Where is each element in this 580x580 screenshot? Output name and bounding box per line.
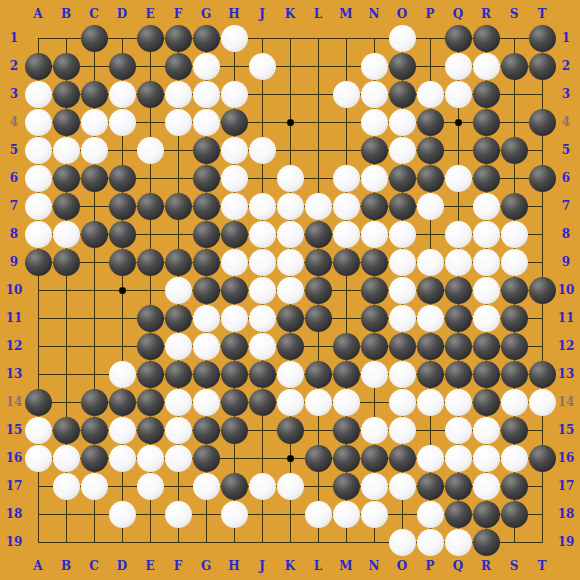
intersection-T16[interactable] xyxy=(528,444,556,472)
intersection-C16[interactable] xyxy=(80,444,108,472)
intersection-E12[interactable] xyxy=(136,332,164,360)
intersection-T1[interactable] xyxy=(528,24,556,52)
intersection-T14[interactable] xyxy=(528,388,556,416)
intersection-E6[interactable] xyxy=(136,164,164,192)
intersection-H6[interactable] xyxy=(220,164,248,192)
intersection-D12[interactable] xyxy=(108,332,136,360)
intersection-C2[interactable] xyxy=(80,52,108,80)
intersection-O10[interactable] xyxy=(388,276,416,304)
intersection-A8[interactable] xyxy=(24,220,52,248)
intersection-G4[interactable] xyxy=(192,108,220,136)
intersection-E13[interactable] xyxy=(136,360,164,388)
intersection-A11[interactable] xyxy=(24,304,52,332)
intersection-F3[interactable] xyxy=(164,80,192,108)
intersection-C19[interactable] xyxy=(80,528,108,556)
intersection-R7[interactable] xyxy=(472,192,500,220)
intersection-E3[interactable] xyxy=(136,80,164,108)
intersection-R12[interactable] xyxy=(472,332,500,360)
intersection-M11[interactable] xyxy=(332,304,360,332)
intersection-L13[interactable] xyxy=(304,360,332,388)
intersection-Q9[interactable] xyxy=(444,248,472,276)
intersection-L19[interactable] xyxy=(304,528,332,556)
intersection-P7[interactable] xyxy=(416,192,444,220)
intersection-H10[interactable] xyxy=(220,276,248,304)
intersection-J2[interactable] xyxy=(248,52,276,80)
intersection-K17[interactable] xyxy=(276,472,304,500)
intersection-H5[interactable] xyxy=(220,136,248,164)
intersection-H19[interactable] xyxy=(220,528,248,556)
intersection-Q17[interactable] xyxy=(444,472,472,500)
intersection-J3[interactable] xyxy=(248,80,276,108)
intersection-J8[interactable] xyxy=(248,220,276,248)
intersection-M19[interactable] xyxy=(332,528,360,556)
intersection-P10[interactable] xyxy=(416,276,444,304)
intersection-C1[interactable] xyxy=(80,24,108,52)
intersection-R19[interactable] xyxy=(472,528,500,556)
intersection-B13[interactable] xyxy=(52,360,80,388)
intersection-L1[interactable] xyxy=(304,24,332,52)
intersection-N7[interactable] xyxy=(360,192,388,220)
intersection-O9[interactable] xyxy=(388,248,416,276)
intersection-K18[interactable] xyxy=(276,500,304,528)
intersection-H14[interactable] xyxy=(220,388,248,416)
intersection-S4[interactable] xyxy=(500,108,528,136)
intersection-Q18[interactable] xyxy=(444,500,472,528)
intersection-O14[interactable] xyxy=(388,388,416,416)
intersection-M5[interactable] xyxy=(332,136,360,164)
intersection-G2[interactable] xyxy=(192,52,220,80)
intersection-P17[interactable] xyxy=(416,472,444,500)
intersection-S12[interactable] xyxy=(500,332,528,360)
intersection-D8[interactable] xyxy=(108,220,136,248)
intersection-J5[interactable] xyxy=(248,136,276,164)
intersection-R2[interactable] xyxy=(472,52,500,80)
intersection-P15[interactable] xyxy=(416,416,444,444)
intersection-B6[interactable] xyxy=(52,164,80,192)
intersection-L18[interactable] xyxy=(304,500,332,528)
intersection-T3[interactable] xyxy=(528,80,556,108)
intersection-Q14[interactable] xyxy=(444,388,472,416)
intersection-B10[interactable] xyxy=(52,276,80,304)
intersection-O18[interactable] xyxy=(388,500,416,528)
intersection-B16[interactable] xyxy=(52,444,80,472)
intersection-O16[interactable] xyxy=(388,444,416,472)
intersection-L2[interactable] xyxy=(304,52,332,80)
intersection-Q12[interactable] xyxy=(444,332,472,360)
intersection-O17[interactable] xyxy=(388,472,416,500)
intersection-S18[interactable] xyxy=(500,500,528,528)
intersection-F17[interactable] xyxy=(164,472,192,500)
intersection-N18[interactable] xyxy=(360,500,388,528)
intersection-M14[interactable] xyxy=(332,388,360,416)
intersection-O11[interactable] xyxy=(388,304,416,332)
intersection-H2[interactable] xyxy=(220,52,248,80)
intersection-A13[interactable] xyxy=(24,360,52,388)
intersection-E17[interactable] xyxy=(136,472,164,500)
intersection-A6[interactable] xyxy=(24,164,52,192)
intersection-F18[interactable] xyxy=(164,500,192,528)
intersection-L16[interactable] xyxy=(304,444,332,472)
intersection-C11[interactable] xyxy=(80,304,108,332)
intersection-F13[interactable] xyxy=(164,360,192,388)
intersection-E7[interactable] xyxy=(136,192,164,220)
intersection-A7[interactable] xyxy=(24,192,52,220)
intersection-J16[interactable] xyxy=(248,444,276,472)
intersection-R6[interactable] xyxy=(472,164,500,192)
intersection-D13[interactable] xyxy=(108,360,136,388)
intersection-H9[interactable] xyxy=(220,248,248,276)
intersection-A9[interactable] xyxy=(24,248,52,276)
intersection-S10[interactable] xyxy=(500,276,528,304)
intersection-R13[interactable] xyxy=(472,360,500,388)
intersection-S11[interactable] xyxy=(500,304,528,332)
intersection-N3[interactable] xyxy=(360,80,388,108)
intersection-S6[interactable] xyxy=(500,164,528,192)
intersection-C3[interactable] xyxy=(80,80,108,108)
intersection-K19[interactable] xyxy=(276,528,304,556)
intersection-H1[interactable] xyxy=(220,24,248,52)
intersection-A16[interactable] xyxy=(24,444,52,472)
intersection-M7[interactable] xyxy=(332,192,360,220)
intersection-B11[interactable] xyxy=(52,304,80,332)
intersection-C17[interactable] xyxy=(80,472,108,500)
intersection-O5[interactable] xyxy=(388,136,416,164)
intersection-D7[interactable] xyxy=(108,192,136,220)
intersection-J14[interactable] xyxy=(248,388,276,416)
intersection-D10[interactable] xyxy=(108,276,136,304)
intersection-D19[interactable] xyxy=(108,528,136,556)
intersection-N4[interactable] xyxy=(360,108,388,136)
intersection-L10[interactable] xyxy=(304,276,332,304)
intersection-R18[interactable] xyxy=(472,500,500,528)
intersection-S16[interactable] xyxy=(500,444,528,472)
intersection-E15[interactable] xyxy=(136,416,164,444)
intersection-Q1[interactable] xyxy=(444,24,472,52)
intersection-K9[interactable] xyxy=(276,248,304,276)
intersection-O19[interactable] xyxy=(388,528,416,556)
intersection-M15[interactable] xyxy=(332,416,360,444)
intersection-Q11[interactable] xyxy=(444,304,472,332)
intersection-D15[interactable] xyxy=(108,416,136,444)
intersection-N9[interactable] xyxy=(360,248,388,276)
intersection-L8[interactable] xyxy=(304,220,332,248)
intersection-P14[interactable] xyxy=(416,388,444,416)
intersection-Q8[interactable] xyxy=(444,220,472,248)
intersection-T11[interactable] xyxy=(528,304,556,332)
intersection-T13[interactable] xyxy=(528,360,556,388)
intersection-H7[interactable] xyxy=(220,192,248,220)
intersection-F12[interactable] xyxy=(164,332,192,360)
intersection-D14[interactable] xyxy=(108,388,136,416)
intersection-T19[interactable] xyxy=(528,528,556,556)
intersection-L14[interactable] xyxy=(304,388,332,416)
intersection-K2[interactable] xyxy=(276,52,304,80)
intersection-S7[interactable] xyxy=(500,192,528,220)
intersection-J4[interactable] xyxy=(248,108,276,136)
intersection-B2[interactable] xyxy=(52,52,80,80)
intersection-T2[interactable] xyxy=(528,52,556,80)
intersection-D6[interactable] xyxy=(108,164,136,192)
intersection-B15[interactable] xyxy=(52,416,80,444)
intersection-C9[interactable] xyxy=(80,248,108,276)
intersection-L6[interactable] xyxy=(304,164,332,192)
intersection-T10[interactable] xyxy=(528,276,556,304)
intersection-O4[interactable] xyxy=(388,108,416,136)
intersection-B3[interactable] xyxy=(52,80,80,108)
intersection-C10[interactable] xyxy=(80,276,108,304)
intersection-N2[interactable] xyxy=(360,52,388,80)
intersection-P16[interactable] xyxy=(416,444,444,472)
intersection-P18[interactable] xyxy=(416,500,444,528)
intersection-D17[interactable] xyxy=(108,472,136,500)
intersection-M18[interactable] xyxy=(332,500,360,528)
intersection-A1[interactable] xyxy=(24,24,52,52)
intersection-F9[interactable] xyxy=(164,248,192,276)
intersection-A10[interactable] xyxy=(24,276,52,304)
intersection-D18[interactable] xyxy=(108,500,136,528)
intersection-E4[interactable] xyxy=(136,108,164,136)
intersection-R5[interactable] xyxy=(472,136,500,164)
intersection-R4[interactable] xyxy=(472,108,500,136)
intersection-N1[interactable] xyxy=(360,24,388,52)
intersection-J10[interactable] xyxy=(248,276,276,304)
intersection-G10[interactable] xyxy=(192,276,220,304)
intersection-E14[interactable] xyxy=(136,388,164,416)
intersection-P3[interactable] xyxy=(416,80,444,108)
intersection-T15[interactable] xyxy=(528,416,556,444)
intersection-A2[interactable] xyxy=(24,52,52,80)
intersection-F19[interactable] xyxy=(164,528,192,556)
intersection-J15[interactable] xyxy=(248,416,276,444)
intersection-P1[interactable] xyxy=(416,24,444,52)
intersection-K7[interactable] xyxy=(276,192,304,220)
intersection-L7[interactable] xyxy=(304,192,332,220)
intersection-Q2[interactable] xyxy=(444,52,472,80)
intersection-K14[interactable] xyxy=(276,388,304,416)
intersection-E19[interactable] xyxy=(136,528,164,556)
intersection-S3[interactable] xyxy=(500,80,528,108)
intersection-G19[interactable] xyxy=(192,528,220,556)
intersection-E10[interactable] xyxy=(136,276,164,304)
intersection-S9[interactable] xyxy=(500,248,528,276)
intersection-E5[interactable] xyxy=(136,136,164,164)
intersection-B5[interactable] xyxy=(52,136,80,164)
intersection-P2[interactable] xyxy=(416,52,444,80)
intersection-R11[interactable] xyxy=(472,304,500,332)
intersection-B12[interactable] xyxy=(52,332,80,360)
intersection-M1[interactable] xyxy=(332,24,360,52)
intersection-E8[interactable] xyxy=(136,220,164,248)
intersection-T4[interactable] xyxy=(528,108,556,136)
intersection-L3[interactable] xyxy=(304,80,332,108)
intersection-N13[interactable] xyxy=(360,360,388,388)
intersection-M4[interactable] xyxy=(332,108,360,136)
intersection-O3[interactable] xyxy=(388,80,416,108)
intersection-G5[interactable] xyxy=(192,136,220,164)
intersection-C6[interactable] xyxy=(80,164,108,192)
intersection-R8[interactable] xyxy=(472,220,500,248)
intersection-D2[interactable] xyxy=(108,52,136,80)
intersection-F4[interactable] xyxy=(164,108,192,136)
intersection-D5[interactable] xyxy=(108,136,136,164)
intersection-P19[interactable] xyxy=(416,528,444,556)
intersection-R10[interactable] xyxy=(472,276,500,304)
intersection-F14[interactable] xyxy=(164,388,192,416)
intersection-Q16[interactable] xyxy=(444,444,472,472)
intersection-N10[interactable] xyxy=(360,276,388,304)
intersection-K6[interactable] xyxy=(276,164,304,192)
intersection-M2[interactable] xyxy=(332,52,360,80)
intersection-M3[interactable] xyxy=(332,80,360,108)
intersection-H17[interactable] xyxy=(220,472,248,500)
intersection-J7[interactable] xyxy=(248,192,276,220)
intersection-H11[interactable] xyxy=(220,304,248,332)
intersection-O2[interactable] xyxy=(388,52,416,80)
intersection-C14[interactable] xyxy=(80,388,108,416)
intersection-F16[interactable] xyxy=(164,444,192,472)
intersection-R16[interactable] xyxy=(472,444,500,472)
intersection-M17[interactable] xyxy=(332,472,360,500)
intersection-P6[interactable] xyxy=(416,164,444,192)
intersection-C15[interactable] xyxy=(80,416,108,444)
intersection-H3[interactable] xyxy=(220,80,248,108)
intersection-M13[interactable] xyxy=(332,360,360,388)
intersection-D11[interactable] xyxy=(108,304,136,332)
intersection-J6[interactable] xyxy=(248,164,276,192)
intersection-G6[interactable] xyxy=(192,164,220,192)
intersection-R9[interactable] xyxy=(472,248,500,276)
intersection-G1[interactable] xyxy=(192,24,220,52)
intersection-K10[interactable] xyxy=(276,276,304,304)
intersection-A12[interactable] xyxy=(24,332,52,360)
intersection-N5[interactable] xyxy=(360,136,388,164)
intersection-H15[interactable] xyxy=(220,416,248,444)
intersection-A18[interactable] xyxy=(24,500,52,528)
intersection-J11[interactable] xyxy=(248,304,276,332)
intersection-T9[interactable] xyxy=(528,248,556,276)
intersection-K12[interactable] xyxy=(276,332,304,360)
intersection-H13[interactable] xyxy=(220,360,248,388)
intersection-J12[interactable] xyxy=(248,332,276,360)
intersection-R14[interactable] xyxy=(472,388,500,416)
intersection-S13[interactable] xyxy=(500,360,528,388)
intersection-A19[interactable] xyxy=(24,528,52,556)
intersection-F1[interactable] xyxy=(164,24,192,52)
intersection-G15[interactable] xyxy=(192,416,220,444)
intersection-R17[interactable] xyxy=(472,472,500,500)
intersection-G18[interactable] xyxy=(192,500,220,528)
intersection-Q4[interactable] xyxy=(444,108,472,136)
intersection-M16[interactable] xyxy=(332,444,360,472)
intersection-M6[interactable] xyxy=(332,164,360,192)
intersection-E11[interactable] xyxy=(136,304,164,332)
intersection-G16[interactable] xyxy=(192,444,220,472)
intersection-J18[interactable] xyxy=(248,500,276,528)
intersection-C13[interactable] xyxy=(80,360,108,388)
intersection-T17[interactable] xyxy=(528,472,556,500)
intersection-T8[interactable] xyxy=(528,220,556,248)
intersection-P9[interactable] xyxy=(416,248,444,276)
intersection-T18[interactable] xyxy=(528,500,556,528)
intersection-N15[interactable] xyxy=(360,416,388,444)
intersection-G17[interactable] xyxy=(192,472,220,500)
intersection-S5[interactable] xyxy=(500,136,528,164)
intersection-B4[interactable] xyxy=(52,108,80,136)
intersection-G8[interactable] xyxy=(192,220,220,248)
intersection-Q10[interactable] xyxy=(444,276,472,304)
intersection-P5[interactable] xyxy=(416,136,444,164)
intersection-L11[interactable] xyxy=(304,304,332,332)
intersection-S1[interactable] xyxy=(500,24,528,52)
intersection-C4[interactable] xyxy=(80,108,108,136)
intersection-J17[interactable] xyxy=(248,472,276,500)
intersection-O6[interactable] xyxy=(388,164,416,192)
intersection-L4[interactable] xyxy=(304,108,332,136)
intersection-E2[interactable] xyxy=(136,52,164,80)
intersection-P8[interactable] xyxy=(416,220,444,248)
intersection-N11[interactable] xyxy=(360,304,388,332)
intersection-Q5[interactable] xyxy=(444,136,472,164)
intersection-D9[interactable] xyxy=(108,248,136,276)
intersection-T7[interactable] xyxy=(528,192,556,220)
intersection-D1[interactable] xyxy=(108,24,136,52)
intersection-C18[interactable] xyxy=(80,500,108,528)
intersection-P13[interactable] xyxy=(416,360,444,388)
intersection-E1[interactable] xyxy=(136,24,164,52)
intersection-F5[interactable] xyxy=(164,136,192,164)
intersection-B1[interactable] xyxy=(52,24,80,52)
intersection-A5[interactable] xyxy=(24,136,52,164)
intersection-C12[interactable] xyxy=(80,332,108,360)
intersection-L5[interactable] xyxy=(304,136,332,164)
intersection-O1[interactable] xyxy=(388,24,416,52)
intersection-L12[interactable] xyxy=(304,332,332,360)
intersection-M8[interactable] xyxy=(332,220,360,248)
intersection-F10[interactable] xyxy=(164,276,192,304)
intersection-B7[interactable] xyxy=(52,192,80,220)
intersection-H12[interactable] xyxy=(220,332,248,360)
intersection-F11[interactable] xyxy=(164,304,192,332)
intersection-A4[interactable] xyxy=(24,108,52,136)
intersection-D4[interactable] xyxy=(108,108,136,136)
intersection-L9[interactable] xyxy=(304,248,332,276)
intersection-H8[interactable] xyxy=(220,220,248,248)
intersection-Q19[interactable] xyxy=(444,528,472,556)
intersection-J13[interactable] xyxy=(248,360,276,388)
intersection-K11[interactable] xyxy=(276,304,304,332)
intersection-B9[interactable] xyxy=(52,248,80,276)
intersection-P11[interactable] xyxy=(416,304,444,332)
intersection-A14[interactable] xyxy=(24,388,52,416)
intersection-N16[interactable] xyxy=(360,444,388,472)
intersection-Q13[interactable] xyxy=(444,360,472,388)
intersection-K5[interactable] xyxy=(276,136,304,164)
intersection-H18[interactable] xyxy=(220,500,248,528)
intersection-H16[interactable] xyxy=(220,444,248,472)
intersection-J1[interactable] xyxy=(248,24,276,52)
intersection-K13[interactable] xyxy=(276,360,304,388)
intersection-N17[interactable] xyxy=(360,472,388,500)
intersection-R1[interactable] xyxy=(472,24,500,52)
intersection-P12[interactable] xyxy=(416,332,444,360)
intersection-F7[interactable] xyxy=(164,192,192,220)
intersection-M12[interactable] xyxy=(332,332,360,360)
intersection-B14[interactable] xyxy=(52,388,80,416)
intersection-G7[interactable] xyxy=(192,192,220,220)
intersection-J9[interactable] xyxy=(248,248,276,276)
intersection-O13[interactable] xyxy=(388,360,416,388)
intersection-E18[interactable] xyxy=(136,500,164,528)
